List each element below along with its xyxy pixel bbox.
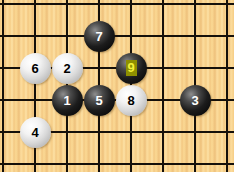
stone-white-2[interactable]: 2 — [52, 53, 83, 84]
stone-white-8[interactable]: 8 — [116, 85, 147, 116]
stone-white-4[interactable]: 4 — [20, 117, 51, 148]
stone-number: 8 — [127, 94, 134, 107]
last-move-label: 9 — [126, 60, 137, 76]
stones-layer: 123456789 — [0, 0, 234, 172]
stone-black-1[interactable]: 1 — [52, 85, 83, 116]
stone-number: 3 — [191, 94, 198, 107]
stone-number: 6 — [31, 62, 38, 75]
stone-number: 4 — [31, 126, 38, 139]
stone-number: 1 — [63, 94, 70, 107]
stone-black-7[interactable]: 7 — [84, 21, 115, 52]
stone-white-6[interactable]: 6 — [20, 53, 51, 84]
stone-black-3[interactable]: 3 — [180, 85, 211, 116]
stone-black-5[interactable]: 5 — [84, 85, 115, 116]
stone-number: 2 — [63, 62, 70, 75]
stone-black-9[interactable]: 9 — [116, 53, 147, 84]
go-board[interactable]: 123456789 — [0, 0, 234, 172]
stone-number: 7 — [95, 30, 102, 43]
stone-number: 5 — [95, 94, 102, 107]
